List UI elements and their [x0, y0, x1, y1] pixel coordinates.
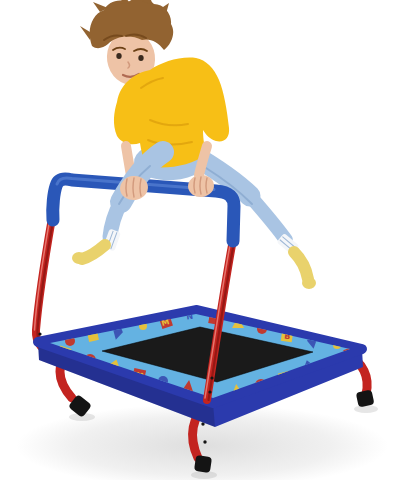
bolt [203, 440, 206, 443]
bolt [210, 376, 213, 379]
foot-cap-front [194, 455, 212, 473]
boy-eye-right [138, 55, 143, 61]
photo-stage: A M B X Y N [0, 0, 400, 480]
scene-svg: A M B X Y N [0, 0, 400, 480]
boy-left-sock-toe [72, 252, 86, 264]
boy-eye-left [116, 53, 121, 59]
bolt [208, 390, 211, 393]
bolt [38, 332, 41, 335]
boy-right-sock-toe [302, 277, 316, 289]
foot-shadow-right [354, 405, 378, 413]
